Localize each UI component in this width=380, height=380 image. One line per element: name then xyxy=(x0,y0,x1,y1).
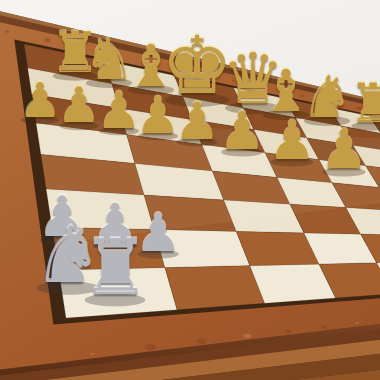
piece-gold-pawn[interactable]: ♟ xyxy=(57,81,101,130)
square-g1[interactable] xyxy=(165,266,265,310)
burl-figure xyxy=(5,30,9,33)
piece-gold-pawn[interactable]: ♟ xyxy=(18,76,61,124)
chess-set-photo: ♜♞♝♚♛♝♞♜♟♟♟♟♟♟♟♟♜♞♟♟♟ xyxy=(0,0,380,380)
piece-gold-pawn[interactable]: ♟ xyxy=(320,123,368,177)
piece-gold-pawn[interactable]: ♟ xyxy=(268,114,316,167)
burl-figure xyxy=(321,326,326,329)
piece-gold-pawn[interactable]: ♟ xyxy=(219,105,266,157)
burl-figure xyxy=(284,329,291,333)
burl-figure xyxy=(145,344,156,350)
burl-figure xyxy=(197,339,207,344)
burl-figure xyxy=(90,353,94,355)
burl-figure xyxy=(243,334,251,339)
burl-figure xyxy=(355,322,359,324)
piece-gold-pawn[interactable]: ♟ xyxy=(174,96,220,147)
piece-silver-rook[interactable]: ♜ xyxy=(81,230,149,306)
